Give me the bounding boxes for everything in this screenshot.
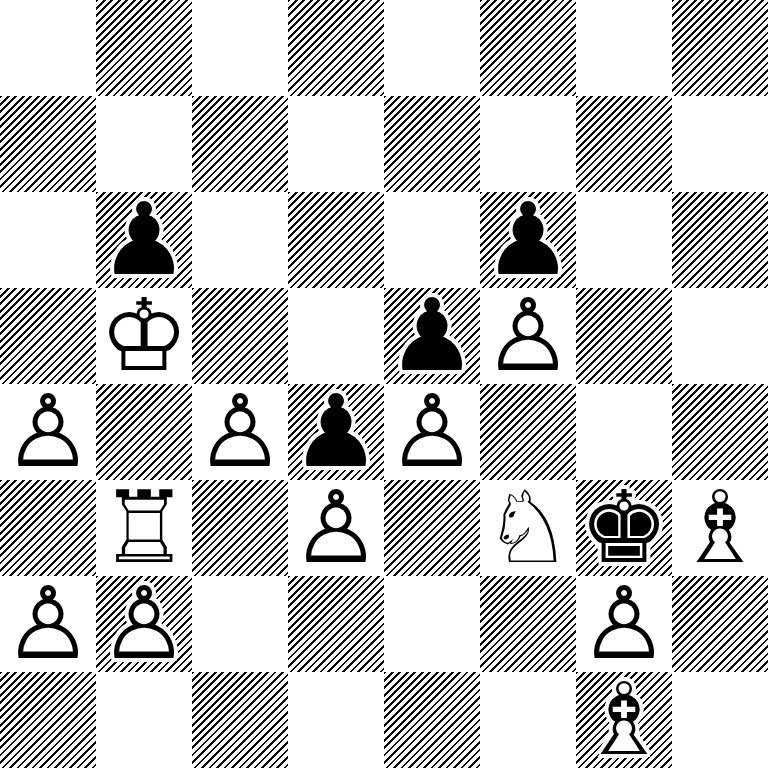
white-knight-piece: ♘	[480, 480, 576, 576]
black-king-piece: ♚	[576, 480, 672, 576]
square-b2[interactable]: ♟♙	[96, 576, 192, 672]
square-a2[interactable]: ♟♙	[0, 576, 96, 672]
square-d8[interactable]	[288, 0, 384, 96]
piece-halo: ♟	[576, 576, 672, 672]
square-e6[interactable]	[384, 192, 480, 288]
square-e2[interactable]	[384, 576, 480, 672]
square-b1[interactable]	[96, 672, 192, 768]
square-b3[interactable]: ♜♖	[96, 480, 192, 576]
piece-halo: ♞	[480, 480, 576, 576]
square-g4[interactable]	[576, 384, 672, 480]
piece-halo: ♟	[480, 288, 576, 384]
chess-board: ♟♟♟♟♚♔♟♟♟♙♟♙♟♙♟♟♟♙♜♖♟♙♞♘♚♚♝♗♟♙♟♙♟♙♝♗	[0, 0, 768, 768]
square-h1[interactable]	[672, 672, 768, 768]
square-e5[interactable]: ♟♟	[384, 288, 480, 384]
square-h4[interactable]	[672, 384, 768, 480]
square-f5[interactable]: ♟♙	[480, 288, 576, 384]
black-pawn-piece: ♟	[480, 192, 576, 288]
square-h3[interactable]: ♝♗	[672, 480, 768, 576]
black-pawn-piece: ♟	[96, 192, 192, 288]
square-f7[interactable]	[480, 96, 576, 192]
square-h5[interactable]	[672, 288, 768, 384]
square-f1[interactable]	[480, 672, 576, 768]
square-a6[interactable]	[0, 192, 96, 288]
square-g3[interactable]: ♚♚	[576, 480, 672, 576]
square-e7[interactable]	[384, 96, 480, 192]
square-c4[interactable]: ♟♙	[192, 384, 288, 480]
square-c7[interactable]	[192, 96, 288, 192]
piece-halo: ♟	[0, 576, 96, 672]
square-c3[interactable]	[192, 480, 288, 576]
square-a3[interactable]	[0, 480, 96, 576]
white-bishop-piece: ♗	[576, 672, 672, 768]
square-e3[interactable]	[384, 480, 480, 576]
square-f6[interactable]: ♟♟	[480, 192, 576, 288]
square-f4[interactable]	[480, 384, 576, 480]
square-c6[interactable]	[192, 192, 288, 288]
square-d3[interactable]: ♟♙	[288, 480, 384, 576]
piece-halo: ♝	[576, 672, 672, 768]
piece-halo: ♟	[288, 480, 384, 576]
piece-halo: ♝	[672, 480, 768, 576]
square-d6[interactable]	[288, 192, 384, 288]
square-a8[interactable]	[0, 0, 96, 96]
white-king-piece: ♔	[96, 288, 192, 384]
black-pawn-piece: ♟	[384, 288, 480, 384]
square-f3[interactable]: ♞♘	[480, 480, 576, 576]
square-g1[interactable]: ♝♗	[576, 672, 672, 768]
square-e1[interactable]	[384, 672, 480, 768]
piece-halo: ♟	[288, 384, 384, 480]
square-e8[interactable]	[384, 0, 480, 96]
square-h8[interactable]	[672, 0, 768, 96]
square-c8[interactable]	[192, 0, 288, 96]
piece-halo: ♚	[96, 288, 192, 384]
square-a7[interactable]	[0, 96, 96, 192]
square-h2[interactable]	[672, 576, 768, 672]
white-pawn-piece: ♙	[576, 576, 672, 672]
piece-halo: ♟	[480, 192, 576, 288]
square-a1[interactable]	[0, 672, 96, 768]
square-c1[interactable]	[192, 672, 288, 768]
square-g8[interactable]	[576, 0, 672, 96]
piece-halo: ♟	[384, 384, 480, 480]
square-f8[interactable]	[480, 0, 576, 96]
square-h6[interactable]	[672, 192, 768, 288]
white-pawn-piece: ♙	[480, 288, 576, 384]
square-h7[interactable]	[672, 96, 768, 192]
square-g5[interactable]	[576, 288, 672, 384]
white-pawn-piece: ♙	[192, 384, 288, 480]
piece-halo: ♟	[96, 576, 192, 672]
piece-halo: ♟	[96, 192, 192, 288]
square-c2[interactable]	[192, 576, 288, 672]
square-a4[interactable]: ♟♙	[0, 384, 96, 480]
square-d2[interactable]	[288, 576, 384, 672]
square-d5[interactable]	[288, 288, 384, 384]
white-pawn-piece: ♙	[0, 576, 96, 672]
white-pawn-piece: ♙	[96, 576, 192, 672]
square-d7[interactable]	[288, 96, 384, 192]
square-f2[interactable]	[480, 576, 576, 672]
piece-halo: ♚	[576, 480, 672, 576]
square-e4[interactable]: ♟♙	[384, 384, 480, 480]
square-g6[interactable]	[576, 192, 672, 288]
square-b5[interactable]: ♚♔	[96, 288, 192, 384]
piece-halo: ♜	[96, 480, 192, 576]
square-d1[interactable]	[288, 672, 384, 768]
piece-halo: ♟	[192, 384, 288, 480]
square-g2[interactable]: ♟♙	[576, 576, 672, 672]
white-rook-piece: ♖	[96, 480, 192, 576]
square-d4[interactable]: ♟♟	[288, 384, 384, 480]
square-g7[interactable]	[576, 96, 672, 192]
piece-halo: ♟	[0, 384, 96, 480]
white-pawn-piece: ♙	[384, 384, 480, 480]
square-b8[interactable]	[96, 0, 192, 96]
square-b4[interactable]	[96, 384, 192, 480]
piece-halo: ♟	[384, 288, 480, 384]
white-pawn-piece: ♙	[288, 480, 384, 576]
black-pawn-piece: ♟	[288, 384, 384, 480]
square-c5[interactable]	[192, 288, 288, 384]
square-b6[interactable]: ♟♟	[96, 192, 192, 288]
square-b7[interactable]	[96, 96, 192, 192]
white-pawn-piece: ♙	[0, 384, 96, 480]
white-bishop-piece: ♗	[672, 480, 768, 576]
square-a5[interactable]	[0, 288, 96, 384]
